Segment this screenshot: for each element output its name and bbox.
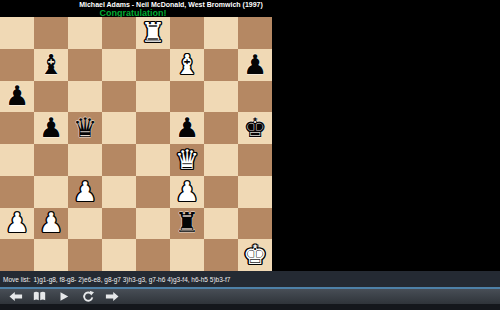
square-a6[interactable]: ♟: [0, 81, 34, 113]
square-f4[interactable]: ♛: [170, 144, 204, 176]
game-title: Michael Adams - Neil McDonald, West Brom…: [79, 1, 263, 8]
square-f7[interactable]: ♝: [170, 49, 204, 81]
square-g3[interactable]: [204, 176, 238, 208]
square-b2[interactable]: ♟: [34, 208, 68, 240]
square-f5[interactable]: ♟: [170, 112, 204, 144]
square-a2[interactable]: ♟: [0, 208, 34, 240]
move-list-bar: Move list: 1)g1-g8, f8-g8- 2)e6-e8, g8-g…: [0, 271, 500, 287]
open-book-icon: [32, 290, 47, 303]
move-list-button[interactable]: [32, 290, 47, 304]
square-e6[interactable]: [136, 81, 170, 113]
square-h8[interactable]: [238, 17, 272, 49]
move-list-text: 1)g1-g8, f8-g8- 2)e6-e8, g8-g7 3)h3-g3, …: [33, 276, 230, 283]
square-g4[interactable]: [204, 144, 238, 176]
reload-icon: [81, 290, 94, 303]
black-pawn[interactable]: ♟: [5, 81, 29, 111]
white-queen[interactable]: ♛: [175, 145, 199, 175]
square-c1[interactable]: [68, 239, 102, 271]
arrow-right-icon: [105, 290, 119, 303]
play-button[interactable]: [56, 290, 71, 304]
square-h6[interactable]: [238, 81, 272, 113]
square-f6[interactable]: [170, 81, 204, 113]
square-f8[interactable]: [170, 17, 204, 49]
square-e8[interactable]: ♜: [136, 17, 170, 49]
arrow-left-icon: [9, 290, 23, 303]
black-pawn[interactable]: ♟: [39, 113, 63, 143]
square-d5[interactable]: [102, 112, 136, 144]
white-pawn[interactable]: ♟: [5, 208, 29, 238]
black-pawn[interactable]: ♟: [243, 50, 267, 80]
square-d2[interactable]: [102, 208, 136, 240]
square-h4[interactable]: [238, 144, 272, 176]
square-a1[interactable]: [0, 239, 34, 271]
white-rook[interactable]: ♜: [141, 18, 165, 48]
square-h3[interactable]: [238, 176, 272, 208]
square-c8[interactable]: [68, 17, 102, 49]
forward-button[interactable]: [104, 290, 119, 304]
square-a7[interactable]: [0, 49, 34, 81]
square-c7[interactable]: [68, 49, 102, 81]
white-king[interactable]: ♚: [243, 240, 267, 270]
move-list-label: Move list:: [3, 276, 30, 283]
restart-button[interactable]: [80, 290, 95, 304]
square-a3[interactable]: [0, 176, 34, 208]
square-h5[interactable]: ♚: [238, 112, 272, 144]
white-pawn[interactable]: ♟: [39, 208, 63, 238]
play-icon: [58, 290, 70, 303]
square-d4[interactable]: [102, 144, 136, 176]
white-pawn[interactable]: ♟: [73, 177, 97, 207]
square-d6[interactable]: [102, 81, 136, 113]
square-g2[interactable]: [204, 208, 238, 240]
square-f3[interactable]: ♟: [170, 176, 204, 208]
square-c4[interactable]: [68, 144, 102, 176]
square-e5[interactable]: [136, 112, 170, 144]
square-g5[interactable]: [204, 112, 238, 144]
square-f1[interactable]: [170, 239, 204, 271]
square-c3[interactable]: ♟: [68, 176, 102, 208]
white-bishop[interactable]: ♝: [175, 50, 199, 80]
square-c5[interactable]: ♛: [68, 112, 102, 144]
square-e1[interactable]: [136, 239, 170, 271]
square-e2[interactable]: [136, 208, 170, 240]
square-h1[interactable]: ♚: [238, 239, 272, 271]
square-a5[interactable]: [0, 112, 34, 144]
square-b1[interactable]: [34, 239, 68, 271]
square-b6[interactable]: [34, 81, 68, 113]
square-d3[interactable]: [102, 176, 136, 208]
toolbar-row: [0, 289, 500, 304]
square-e4[interactable]: [136, 144, 170, 176]
back-button[interactable]: [8, 290, 23, 304]
square-b7[interactable]: ♝: [34, 49, 68, 81]
black-queen[interactable]: ♛: [73, 113, 97, 143]
square-h2[interactable]: [238, 208, 272, 240]
square-d1[interactable]: [102, 239, 136, 271]
square-a8[interactable]: [0, 17, 34, 49]
square-g7[interactable]: [204, 49, 238, 81]
black-king[interactable]: ♚: [243, 113, 267, 143]
square-e7[interactable]: [136, 49, 170, 81]
square-d7[interactable]: [102, 49, 136, 81]
square-g6[interactable]: [204, 81, 238, 113]
square-d8[interactable]: [102, 17, 136, 49]
square-g1[interactable]: [204, 239, 238, 271]
square-c2[interactable]: [68, 208, 102, 240]
bottom-toolbar: [0, 287, 500, 310]
black-bishop[interactable]: ♝: [39, 50, 63, 80]
square-a4[interactable]: [0, 144, 34, 176]
black-pawn[interactable]: ♟: [175, 113, 199, 143]
white-pawn[interactable]: ♟: [175, 177, 199, 207]
square-g8[interactable]: [204, 17, 238, 49]
square-b8[interactable]: [34, 17, 68, 49]
square-e3[interactable]: [136, 176, 170, 208]
square-c6[interactable]: [68, 81, 102, 113]
square-b4[interactable]: [34, 144, 68, 176]
square-b5[interactable]: ♟: [34, 112, 68, 144]
chess-board: ♜♝♝♟♟♟♛♟♚♛♟♟♟♟♜♚: [0, 17, 272, 271]
square-b3[interactable]: [34, 176, 68, 208]
black-rook[interactable]: ♜: [175, 208, 199, 238]
square-f2[interactable]: ♜: [170, 208, 204, 240]
square-h7[interactable]: ♟: [238, 49, 272, 81]
